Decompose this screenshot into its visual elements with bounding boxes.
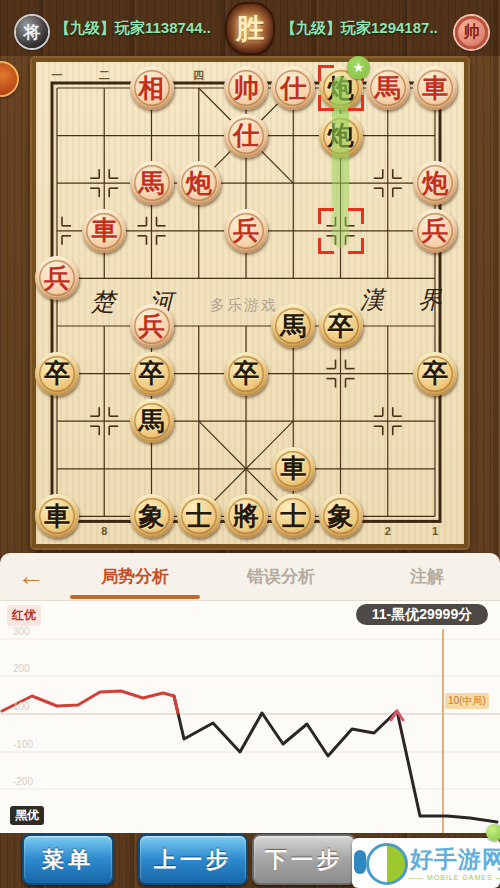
piece-red-5[interactable]: 仕 [224,114,268,158]
site-logo-ball-icon [366,843,408,885]
black-advantage-label: 黑优 [10,806,44,825]
piece-black-19[interactable]: 卒 [130,352,174,396]
piece-black-25[interactable]: 象 [130,494,174,538]
xiangqi-board[interactable]: 一二三四五六七八九 987654321 楚 河 漢 界 多乐游戏 相帅仕馬車仕馬… [32,58,468,548]
file-label-top: 一 [52,68,63,83]
piece-black-22[interactable]: 馬 [130,399,174,443]
piece-black-29[interactable]: 象 [319,494,363,538]
site-watermark-en: —— MOBILE GAMES —— [408,874,500,881]
piece-red-8[interactable]: 炮 [413,161,457,205]
piece-black-18[interactable]: 卒 [35,352,79,396]
file-label-bottom: 2 [385,525,391,537]
y-tick-label: 200 [13,663,30,674]
file-label-bottom: 1 [432,525,438,537]
evaluation-chart: 300200100-100-200 红优 黑优 11-黑优29999分 10(中… [0,600,500,833]
piece-red-7[interactable]: 炮 [177,161,221,205]
next-step-button[interactable]: 下一步 [252,834,356,885]
file-label-bottom: 8 [101,525,107,537]
result-badge: 胜 [227,4,273,53]
river-text-right: 漢 界 [360,284,456,316]
menu-button[interactable]: 菜单 [22,834,114,885]
corner-seal-decoration [0,61,19,97]
analysis-tabbar: ← 局势分析 错误分析 注解 [0,553,500,600]
header: 将 【九级】玩家1138744.. 胜 【九级】玩家1294187.. 帅 [0,0,500,56]
site-watermark-zh: 好手游网 [410,844,500,875]
piece-black-20[interactable]: 卒 [224,352,268,396]
piece-black-17[interactable]: 卒 [319,304,363,348]
y-tick-label: -100 [13,739,33,750]
red-advantage-label: 红优 [7,605,41,626]
piece-red-9[interactable]: 車 [82,209,126,253]
left-avatar-piece-glyph: 将 [24,21,41,44]
piece-red-10[interactable]: 兵 [224,209,268,253]
right-avatar-piece-glyph: 帅 [464,22,480,43]
green-ball-decoration [486,824,500,841]
result-badge-text: 胜 [236,10,264,48]
piece-red-13[interactable]: 兵 [130,304,174,348]
phase-marker-badge: 10(中局) [445,693,489,709]
piece-red-6[interactable]: 馬 [130,161,174,205]
last-move-origin-marker [318,208,364,254]
river-watermark: 多乐游戏 [210,296,278,315]
y-tick-label: -200 [13,776,33,787]
left-player-name: 【九级】玩家1138744.. [55,19,211,38]
tab-annotation[interactable]: 注解 [354,553,500,600]
piece-red-1[interactable]: 帅 [224,66,268,110]
piece-red-2[interactable]: 仕 [271,66,315,110]
site-logo-bar [354,850,366,874]
tab-error-analysis[interactable]: 错误分析 [208,553,354,600]
left-player-avatar: 将 [16,16,48,48]
y-tick-label: 100 [13,701,30,712]
site-watermark: 好手游网 —— MOBILE GAMES —— [352,838,500,888]
piece-black-23[interactable]: 車 [271,447,315,491]
y-tick-label: 300 [13,626,30,637]
piece-black-26[interactable]: 士 [177,494,221,538]
evaluation-chart-plot [0,601,500,833]
file-label-top: 二 [99,68,110,83]
piece-black-21[interactable]: 卒 [413,352,457,396]
piece-black-24[interactable]: 車 [35,494,79,538]
piece-red-3[interactable]: 馬 [366,66,410,110]
right-player-name: 【九级】玩家1294187.. [281,19,438,38]
piece-black-16[interactable]: 馬 [271,304,315,348]
current-score-badge: 11-黑优29999分 [356,604,488,625]
last-move-star-icon: ★ [347,56,370,79]
piece-red-11[interactable]: 兵 [413,209,457,253]
right-player-avatar: 帅 [455,16,488,49]
tab-situation-analysis[interactable]: 局势分析 [62,553,208,600]
piece-red-0[interactable]: 相 [130,66,174,110]
back-arrow-icon[interactable]: ← [0,563,62,590]
piece-red-12[interactable]: 兵 [35,256,79,300]
file-label-top: 四 [193,68,204,83]
piece-black-28[interactable]: 士 [271,494,315,538]
piece-red-4[interactable]: 車 [413,66,457,110]
piece-black-27[interactable]: 將 [224,494,268,538]
previous-step-button[interactable]: 上一步 [138,834,248,885]
